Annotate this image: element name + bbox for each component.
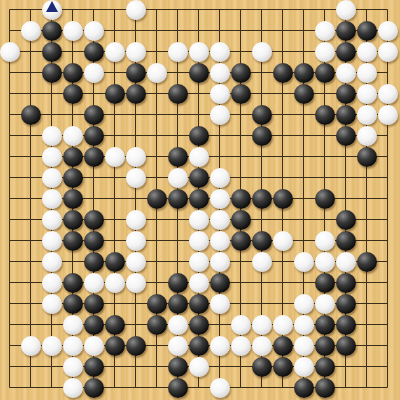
white-stone	[84, 63, 104, 83]
white-stone	[252, 252, 272, 272]
white-stone	[42, 336, 62, 356]
black-stone	[252, 126, 272, 146]
white-stone	[42, 126, 62, 146]
white-stone	[105, 147, 125, 167]
white-stone	[210, 378, 230, 398]
black-stone	[315, 336, 335, 356]
black-stone	[84, 252, 104, 272]
black-stone	[168, 357, 188, 377]
white-stone	[21, 336, 41, 356]
white-stone	[210, 105, 230, 125]
triangle-marker-icon	[46, 1, 58, 12]
white-stone	[252, 336, 272, 356]
white-stone	[210, 231, 230, 251]
white-stone	[126, 231, 146, 251]
white-stone	[378, 105, 398, 125]
black-stone	[105, 252, 125, 272]
black-stone	[63, 294, 83, 314]
black-stone	[147, 294, 167, 314]
white-stone	[63, 378, 83, 398]
white-stone	[294, 252, 314, 272]
white-stone	[294, 357, 314, 377]
white-stone	[294, 315, 314, 335]
black-stone	[231, 210, 251, 230]
white-stone	[126, 168, 146, 188]
white-stone	[126, 147, 146, 167]
go-board[interactable]	[0, 0, 400, 400]
black-stone	[84, 378, 104, 398]
white-stone	[315, 231, 335, 251]
black-stone	[63, 168, 83, 188]
white-stone	[315, 21, 335, 41]
black-stone	[273, 189, 293, 209]
white-stone	[42, 294, 62, 314]
white-stone	[189, 210, 209, 230]
white-stone	[126, 273, 146, 293]
black-stone	[294, 378, 314, 398]
white-stone	[126, 210, 146, 230]
white-stone	[231, 336, 251, 356]
white-stone	[378, 21, 398, 41]
white-stone	[336, 0, 356, 20]
black-stone	[84, 210, 104, 230]
white-stone	[42, 252, 62, 272]
black-stone	[168, 294, 188, 314]
white-stone	[315, 252, 335, 272]
white-stone	[168, 336, 188, 356]
black-stone	[63, 84, 83, 104]
black-stone	[126, 63, 146, 83]
white-stone	[147, 63, 167, 83]
black-stone	[126, 84, 146, 104]
white-stone	[42, 168, 62, 188]
black-stone	[336, 273, 356, 293]
black-stone	[273, 63, 293, 83]
black-stone	[168, 189, 188, 209]
black-stone	[189, 336, 209, 356]
black-stone	[84, 147, 104, 167]
black-stone	[168, 147, 188, 167]
black-stone	[21, 105, 41, 125]
white-stone	[63, 336, 83, 356]
black-stone	[336, 84, 356, 104]
black-stone	[252, 105, 272, 125]
black-stone	[336, 336, 356, 356]
white-stone	[252, 42, 272, 62]
white-stone	[336, 63, 356, 83]
white-stone	[273, 315, 293, 335]
black-stone	[357, 21, 377, 41]
white-stone	[189, 231, 209, 251]
black-stone	[315, 315, 335, 335]
white-stone	[168, 315, 188, 335]
black-stone	[42, 21, 62, 41]
white-stone	[378, 84, 398, 104]
black-stone	[315, 378, 335, 398]
white-stone	[84, 273, 104, 293]
black-stone	[357, 147, 377, 167]
black-stone	[252, 189, 272, 209]
white-stone	[378, 42, 398, 62]
white-stone	[210, 42, 230, 62]
white-stone	[168, 42, 188, 62]
white-stone	[357, 105, 377, 125]
white-stone	[189, 357, 209, 377]
black-stone	[189, 294, 209, 314]
white-stone	[357, 63, 377, 83]
white-stone	[63, 126, 83, 146]
white-stone	[63, 21, 83, 41]
white-stone	[168, 168, 188, 188]
white-stone	[189, 252, 209, 272]
black-stone	[189, 189, 209, 209]
white-stone	[315, 294, 335, 314]
black-stone	[63, 63, 83, 83]
black-stone	[63, 147, 83, 167]
black-stone	[63, 273, 83, 293]
black-stone	[294, 63, 314, 83]
white-stone	[357, 126, 377, 146]
black-stone	[336, 294, 356, 314]
black-stone	[315, 273, 335, 293]
black-stone	[231, 231, 251, 251]
white-stone	[210, 210, 230, 230]
black-stone	[84, 357, 104, 377]
black-stone	[336, 105, 356, 125]
black-stone	[63, 210, 83, 230]
black-stone	[273, 336, 293, 356]
black-stone	[84, 126, 104, 146]
white-stone	[21, 21, 41, 41]
black-stone	[210, 273, 230, 293]
black-stone	[105, 315, 125, 335]
white-stone	[105, 273, 125, 293]
white-stone	[210, 84, 230, 104]
white-stone	[126, 252, 146, 272]
black-stone	[63, 231, 83, 251]
black-stone	[273, 357, 293, 377]
white-stone	[294, 294, 314, 314]
black-stone	[147, 315, 167, 335]
white-stone	[84, 336, 104, 356]
black-stone	[63, 189, 83, 209]
black-stone	[42, 42, 62, 62]
black-stone	[336, 126, 356, 146]
black-stone	[357, 252, 377, 272]
white-stone	[63, 315, 83, 335]
white-stone	[210, 168, 230, 188]
white-stone	[210, 336, 230, 356]
black-stone	[336, 21, 356, 41]
black-stone	[105, 336, 125, 356]
white-stone	[42, 210, 62, 230]
white-stone	[336, 252, 356, 272]
white-stone	[0, 42, 20, 62]
black-stone	[126, 336, 146, 356]
white-stone	[189, 273, 209, 293]
black-stone	[231, 63, 251, 83]
black-stone	[315, 357, 335, 377]
white-stone	[315, 42, 335, 62]
black-stone	[336, 210, 356, 230]
black-stone	[168, 84, 188, 104]
white-stone	[63, 357, 83, 377]
black-stone	[84, 315, 104, 335]
white-stone	[126, 42, 146, 62]
white-stone	[42, 147, 62, 167]
white-stone	[357, 42, 377, 62]
white-stone	[273, 231, 293, 251]
white-stone	[105, 42, 125, 62]
black-stone	[252, 231, 272, 251]
black-stone	[315, 105, 335, 125]
black-stone	[336, 315, 356, 335]
white-stone	[126, 0, 146, 20]
black-stone	[168, 273, 188, 293]
black-stone	[84, 294, 104, 314]
black-stone	[84, 42, 104, 62]
black-stone	[168, 378, 188, 398]
white-stone	[42, 189, 62, 209]
white-stone	[231, 315, 251, 335]
white-stone	[42, 273, 62, 293]
white-stone	[84, 21, 104, 41]
white-stone	[357, 84, 377, 104]
white-stone	[210, 63, 230, 83]
white-stone	[210, 294, 230, 314]
white-stone	[210, 252, 230, 272]
black-stone	[189, 126, 209, 146]
black-stone	[189, 315, 209, 335]
black-stone	[315, 189, 335, 209]
black-stone	[252, 357, 272, 377]
white-stone	[210, 189, 230, 209]
black-stone	[294, 84, 314, 104]
black-stone	[42, 63, 62, 83]
black-stone	[189, 63, 209, 83]
black-stone	[147, 189, 167, 209]
black-stone	[105, 84, 125, 104]
black-stone	[315, 63, 335, 83]
black-stone	[231, 189, 251, 209]
black-stone	[84, 231, 104, 251]
white-stone	[252, 315, 272, 335]
black-stone	[336, 231, 356, 251]
white-stone	[189, 42, 209, 62]
white-stone	[294, 336, 314, 356]
black-stone	[84, 105, 104, 125]
black-stone	[231, 84, 251, 104]
black-stone	[189, 168, 209, 188]
white-stone	[42, 231, 62, 251]
white-stone	[189, 147, 209, 167]
black-stone	[336, 42, 356, 62]
